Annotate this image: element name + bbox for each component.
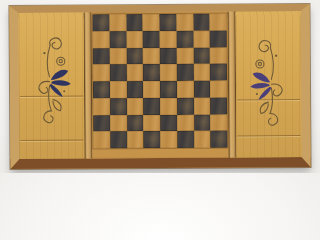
square-g3[interactable]	[194, 97, 211, 114]
square-b3[interactable]	[110, 98, 127, 115]
square-e7[interactable]	[160, 31, 177, 48]
square-c2[interactable]	[127, 115, 144, 132]
square-b6[interactable]	[109, 48, 126, 65]
square-c8[interactable]	[126, 14, 143, 31]
square-b4[interactable]	[110, 81, 127, 98]
square-f4[interactable]	[177, 81, 194, 98]
square-d2[interactable]	[143, 114, 160, 131]
square-d6[interactable]	[143, 48, 160, 65]
square-f8[interactable]	[176, 14, 193, 31]
square-g6[interactable]	[193, 47, 210, 64]
plank-seam	[21, 140, 83, 141]
checkers-grid	[92, 14, 227, 149]
square-c1[interactable]	[127, 131, 144, 148]
square-a2[interactable]	[93, 115, 110, 132]
photo-backdrop	[0, 0, 320, 173]
square-d5[interactable]	[143, 64, 160, 81]
scroll-fleur-motif-icon	[25, 29, 78, 133]
square-e8[interactable]	[159, 14, 176, 31]
square-h5[interactable]	[210, 64, 227, 81]
square-a4[interactable]	[93, 81, 110, 98]
square-c5[interactable]	[126, 64, 143, 81]
square-a3[interactable]	[93, 98, 110, 115]
square-a1[interactable]	[93, 132, 110, 149]
playing-field	[91, 12, 228, 159]
square-h2[interactable]	[210, 114, 227, 131]
square-c6[interactable]	[126, 48, 143, 65]
square-c7[interactable]	[126, 31, 143, 48]
square-e4[interactable]	[160, 81, 177, 98]
checkerboard	[9, 4, 310, 169]
square-h8[interactable]	[210, 14, 227, 31]
square-g7[interactable]	[193, 30, 210, 47]
square-h1[interactable]	[211, 131, 228, 148]
square-c3[interactable]	[127, 98, 144, 115]
square-f2[interactable]	[177, 114, 194, 131]
square-d7[interactable]	[143, 31, 160, 48]
square-e2[interactable]	[160, 114, 177, 131]
square-f6[interactable]	[176, 47, 193, 64]
square-h6[interactable]	[210, 47, 227, 64]
square-e6[interactable]	[160, 47, 177, 64]
square-b2[interactable]	[110, 115, 127, 132]
square-e5[interactable]	[160, 64, 177, 81]
square-d8[interactable]	[143, 14, 160, 31]
square-a6[interactable]	[93, 48, 110, 65]
left-side-panel	[18, 13, 84, 159]
square-b7[interactable]	[109, 31, 126, 48]
square-e1[interactable]	[160, 131, 177, 148]
square-e3[interactable]	[160, 98, 177, 115]
square-d3[interactable]	[143, 98, 160, 115]
square-a5[interactable]	[93, 65, 110, 82]
right-side-panel	[235, 11, 301, 157]
square-h7[interactable]	[210, 30, 227, 47]
square-c4[interactable]	[126, 81, 143, 98]
scroll-fleur-motif-icon	[242, 32, 295, 136]
square-d1[interactable]	[144, 131, 161, 148]
square-g4[interactable]	[193, 81, 210, 98]
square-f5[interactable]	[177, 64, 194, 81]
square-b5[interactable]	[110, 64, 127, 81]
square-h4[interactable]	[210, 81, 227, 98]
square-g1[interactable]	[194, 131, 211, 148]
square-f7[interactable]	[176, 31, 193, 48]
square-h3[interactable]	[210, 97, 227, 114]
square-b8[interactable]	[109, 14, 126, 31]
square-f3[interactable]	[177, 98, 194, 115]
square-b1[interactable]	[110, 131, 127, 148]
board-interior	[18, 11, 301, 159]
square-a8[interactable]	[92, 14, 109, 31]
square-d4[interactable]	[143, 81, 160, 98]
square-g8[interactable]	[193, 14, 210, 31]
square-g5[interactable]	[193, 64, 210, 81]
square-g2[interactable]	[194, 114, 211, 131]
square-f1[interactable]	[177, 131, 194, 148]
square-a7[interactable]	[93, 31, 110, 48]
